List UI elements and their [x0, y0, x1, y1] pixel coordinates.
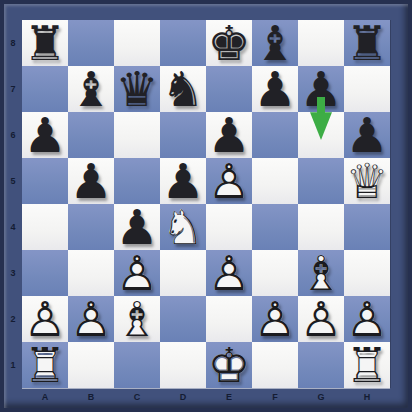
square-b4[interactable] [68, 204, 114, 250]
square-g8[interactable] [298, 20, 344, 66]
square-e7[interactable] [206, 66, 252, 112]
piece-black-pawn[interactable]: ♟ [206, 112, 252, 158]
square-d2[interactable] [160, 296, 206, 342]
piece-black-pawn[interactable]: ♟ [160, 158, 206, 204]
file-labels: ABCDEFGH [22, 388, 390, 410]
white-piece-outline: ♗ [114, 296, 160, 342]
square-g1[interactable] [298, 342, 344, 388]
square-h1[interactable]: ♜♖ [344, 342, 390, 388]
rank-label-8: 8 [4, 20, 22, 66]
square-a8[interactable]: ♜ [22, 20, 68, 66]
piece-white-pawn[interactable]: ♟♙ [22, 296, 68, 342]
board-frame: 87654321 ABCDEFGH ♜♚♝♜♝♛♞♟♟♟♟♟♟♟♟♙♛♕♟♞♘♟… [0, 0, 412, 412]
square-b6[interactable] [68, 112, 114, 158]
square-e6[interactable]: ♟ [206, 112, 252, 158]
piece-white-pawn[interactable]: ♟♙ [298, 296, 344, 342]
file-label-f: F [252, 388, 298, 410]
square-a2[interactable]: ♟♙ [22, 296, 68, 342]
square-e5[interactable]: ♟♙ [206, 158, 252, 204]
piece-white-bishop[interactable]: ♝♗ [114, 296, 160, 342]
square-h4[interactable] [344, 204, 390, 250]
square-f3[interactable] [252, 250, 298, 296]
square-g4[interactable] [298, 204, 344, 250]
file-label-c: C [114, 388, 160, 410]
square-b5[interactable]: ♟ [68, 158, 114, 204]
black-piece-fill: ♟ [252, 66, 298, 112]
square-d3[interactable] [160, 250, 206, 296]
piece-white-pawn[interactable]: ♟♙ [114, 250, 160, 296]
square-a3[interactable] [22, 250, 68, 296]
white-piece-outline: ♖ [344, 342, 390, 388]
rank-label-6: 6 [4, 112, 22, 158]
square-g6[interactable] [298, 112, 344, 158]
square-c4[interactable]: ♟ [114, 204, 160, 250]
square-a6[interactable]: ♟ [22, 112, 68, 158]
square-d7[interactable]: ♞ [160, 66, 206, 112]
square-d8[interactable] [160, 20, 206, 66]
white-piece-outline: ♙ [344, 296, 390, 342]
black-piece-fill: ♝ [68, 66, 114, 112]
chess-board: ♜♚♝♜♝♛♞♟♟♟♟♟♟♟♟♙♛♕♟♞♘♟♙♟♙♝♗♟♙♟♙♝♗♟♙♟♙♟♙♜… [22, 20, 390, 388]
white-piece-outline: ♙ [206, 250, 252, 296]
white-piece-outline: ♙ [68, 296, 114, 342]
piece-black-pawn[interactable]: ♟ [114, 204, 160, 250]
white-piece-outline: ♗ [298, 250, 344, 296]
square-f4[interactable] [252, 204, 298, 250]
piece-white-pawn[interactable]: ♟♙ [68, 296, 114, 342]
black-piece-fill: ♛ [114, 66, 160, 112]
square-h5[interactable]: ♛♕ [344, 158, 390, 204]
square-h3[interactable] [344, 250, 390, 296]
square-f5[interactable] [252, 158, 298, 204]
square-f8[interactable]: ♝ [252, 20, 298, 66]
piece-black-pawn[interactable]: ♟ [252, 66, 298, 112]
piece-white-king[interactable]: ♚♔ [206, 342, 252, 388]
file-label-b: B [68, 388, 114, 410]
white-piece-outline: ♙ [252, 296, 298, 342]
square-b1[interactable] [68, 342, 114, 388]
piece-black-pawn[interactable]: ♟ [344, 112, 390, 158]
square-b3[interactable] [68, 250, 114, 296]
piece-black-king[interactable]: ♚ [206, 20, 252, 66]
square-d4[interactable]: ♞♘ [160, 204, 206, 250]
square-d1[interactable] [160, 342, 206, 388]
piece-white-rook[interactable]: ♜♖ [22, 342, 68, 388]
piece-black-pawn[interactable]: ♟ [22, 112, 68, 158]
piece-white-pawn[interactable]: ♟♙ [252, 296, 298, 342]
square-f2[interactable]: ♟♙ [252, 296, 298, 342]
rank-label-7: 7 [4, 66, 22, 112]
square-c6[interactable] [114, 112, 160, 158]
square-e1[interactable]: ♚♔ [206, 342, 252, 388]
square-c3[interactable]: ♟♙ [114, 250, 160, 296]
black-piece-fill: ♟ [160, 158, 206, 204]
rank-labels: 87654321 [4, 20, 22, 388]
square-a1[interactable]: ♜♖ [22, 342, 68, 388]
square-c5[interactable] [114, 158, 160, 204]
square-h2[interactable]: ♟♙ [344, 296, 390, 342]
square-g2[interactable]: ♟♙ [298, 296, 344, 342]
piece-white-pawn[interactable]: ♟♙ [344, 296, 390, 342]
piece-black-rook[interactable]: ♜ [22, 20, 68, 66]
rank-label-2: 2 [4, 296, 22, 342]
piece-black-pawn[interactable]: ♟ [298, 66, 344, 112]
white-piece-outline: ♘ [160, 204, 206, 250]
square-e2[interactable] [206, 296, 252, 342]
black-piece-fill: ♝ [252, 20, 298, 66]
piece-white-pawn[interactable]: ♟♙ [206, 250, 252, 296]
white-piece-outline: ♕ [344, 158, 390, 204]
square-d6[interactable] [160, 112, 206, 158]
piece-white-pawn[interactable]: ♟♙ [206, 158, 252, 204]
white-piece-outline: ♙ [114, 250, 160, 296]
square-f6[interactable] [252, 112, 298, 158]
piece-black-queen[interactable]: ♛ [114, 66, 160, 112]
black-piece-fill: ♜ [344, 20, 390, 66]
square-b8[interactable] [68, 20, 114, 66]
square-c8[interactable] [114, 20, 160, 66]
white-piece-outline: ♙ [298, 296, 344, 342]
piece-black-rook[interactable]: ♜ [344, 20, 390, 66]
rank-label-1: 1 [4, 342, 22, 388]
white-piece-outline: ♖ [22, 342, 68, 388]
square-h8[interactable]: ♜ [344, 20, 390, 66]
square-e3[interactable]: ♟♙ [206, 250, 252, 296]
piece-black-bishop[interactable]: ♝ [252, 20, 298, 66]
square-c1[interactable] [114, 342, 160, 388]
black-piece-fill: ♟ [22, 112, 68, 158]
square-e8[interactable]: ♚ [206, 20, 252, 66]
white-piece-outline: ♙ [22, 296, 68, 342]
piece-black-bishop[interactable]: ♝ [68, 66, 114, 112]
square-a7[interactable] [22, 66, 68, 112]
black-piece-fill: ♞ [160, 66, 206, 112]
square-b7[interactable]: ♝ [68, 66, 114, 112]
square-g3[interactable]: ♝♗ [298, 250, 344, 296]
black-piece-fill: ♟ [298, 66, 344, 112]
rank-label-4: 4 [4, 204, 22, 250]
white-piece-outline: ♔ [206, 342, 252, 388]
white-piece-outline: ♙ [206, 158, 252, 204]
piece-white-queen[interactable]: ♛♕ [344, 158, 390, 204]
piece-white-rook[interactable]: ♜♖ [344, 342, 390, 388]
square-f1[interactable] [252, 342, 298, 388]
black-piece-fill: ♟ [206, 112, 252, 158]
square-h7[interactable] [344, 66, 390, 112]
file-label-d: D [160, 388, 206, 410]
square-c7[interactable]: ♛ [114, 66, 160, 112]
square-h6[interactable]: ♟ [344, 112, 390, 158]
piece-white-bishop[interactable]: ♝♗ [298, 250, 344, 296]
black-piece-fill: ♚ [206, 20, 252, 66]
rank-label-3: 3 [4, 250, 22, 296]
square-d5[interactable]: ♟ [160, 158, 206, 204]
piece-white-knight[interactable]: ♞♘ [160, 204, 206, 250]
piece-black-knight[interactable]: ♞ [160, 66, 206, 112]
square-f7[interactable]: ♟ [252, 66, 298, 112]
square-c2[interactable]: ♝♗ [114, 296, 160, 342]
square-a4[interactable] [22, 204, 68, 250]
file-label-g: G [298, 388, 344, 410]
square-g7[interactable]: ♟ [298, 66, 344, 112]
rank-label-5: 5 [4, 158, 22, 204]
black-piece-fill: ♟ [344, 112, 390, 158]
black-piece-fill: ♟ [114, 204, 160, 250]
square-e4[interactable] [206, 204, 252, 250]
black-piece-fill: ♟ [68, 158, 114, 204]
square-b2[interactable]: ♟♙ [68, 296, 114, 342]
square-g5[interactable] [298, 158, 344, 204]
piece-black-pawn[interactable]: ♟ [68, 158, 114, 204]
square-a5[interactable] [22, 158, 68, 204]
black-piece-fill: ♜ [22, 20, 68, 66]
